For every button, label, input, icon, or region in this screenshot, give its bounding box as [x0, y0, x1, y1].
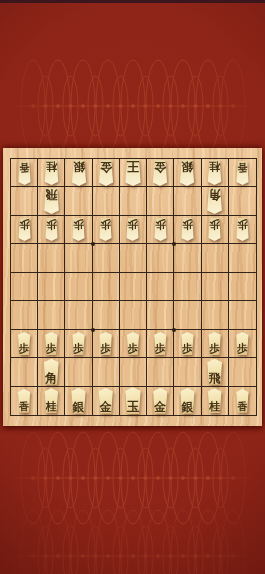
cell-5d[interactable]	[120, 244, 147, 272]
cell-8b[interactable]: 飛	[38, 187, 65, 215]
piece-pawn-gote[interactable]: 歩	[123, 218, 142, 241]
cell-7g[interactable]: 歩	[65, 330, 92, 358]
board-grid: 香桂銀金王金銀桂香飛角歩歩歩歩歩歩歩歩歩歩歩歩歩歩歩歩歩歩角飛香桂銀金玉金銀桂香	[10, 158, 257, 416]
piece-kanji: 歩	[182, 219, 193, 230]
piece-gold-gote[interactable]: 金	[95, 160, 117, 186]
piece-kanji: 銀	[73, 401, 85, 413]
cell-5i[interactable]: 玉	[120, 387, 147, 415]
piece-pawn-gote[interactable]: 歩	[151, 218, 170, 241]
piece-kanji: 銀	[181, 401, 193, 413]
cell-1d[interactable]	[229, 244, 256, 272]
cell-8e[interactable]	[38, 273, 65, 301]
cell-3d[interactable]	[174, 244, 201, 272]
hoshi-dot	[91, 328, 95, 332]
piece-kanji: 飛	[209, 372, 221, 384]
cell-6e[interactable]	[93, 273, 120, 301]
cell-6d[interactable]	[93, 244, 120, 272]
piece-kanji: 歩	[46, 343, 57, 354]
cell-4d[interactable]	[147, 244, 174, 272]
piece-kanji: 歩	[19, 219, 30, 230]
cell-7f[interactable]	[65, 301, 92, 329]
piece-pawn-gote[interactable]: 歩	[233, 218, 252, 241]
cell-6h[interactable]	[93, 358, 120, 386]
cell-5h[interactable]	[120, 358, 147, 386]
cell-9e[interactable]	[11, 273, 38, 301]
piece-kanji: 金	[154, 161, 166, 173]
cell-6c[interactable]: 歩	[93, 216, 120, 244]
piece-kanji: 王	[126, 160, 139, 173]
cell-8f[interactable]	[38, 301, 65, 329]
cell-4i[interactable]: 金	[147, 387, 174, 415]
piece-pawn-sente[interactable]: 歩	[69, 332, 88, 355]
piece-kanji: 銀	[181, 161, 193, 173]
piece-pawn-gote[interactable]: 歩	[205, 218, 224, 241]
piece-pawn-sente[interactable]: 歩	[42, 332, 61, 355]
cell-8a[interactable]: 桂	[38, 159, 65, 187]
piece-kanji: 銀	[73, 161, 85, 173]
cell-7b[interactable]	[65, 187, 92, 215]
cell-6b[interactable]	[93, 187, 120, 215]
piece-lance-sente[interactable]: 香	[233, 389, 252, 413]
cell-3e[interactable]	[174, 273, 201, 301]
piece-kanji: 歩	[127, 343, 138, 354]
cell-2e[interactable]	[202, 273, 229, 301]
cell-3a[interactable]: 銀	[174, 159, 201, 187]
cell-9f[interactable]	[11, 301, 38, 329]
piece-silver-sente[interactable]: 銀	[176, 388, 198, 414]
cell-8g[interactable]: 歩	[38, 330, 65, 358]
piece-kanji: 桂	[209, 401, 220, 412]
cell-9h[interactable]	[11, 358, 38, 386]
app-screen: 香桂銀金王金銀桂香飛角歩歩歩歩歩歩歩歩歩歩歩歩歩歩歩歩歩歩角飛香桂銀金玉金銀桂香	[0, 0, 265, 574]
piece-kanji: 歩	[209, 343, 220, 354]
cell-5a[interactable]: 王	[120, 159, 147, 187]
cell-1g[interactable]: 歩	[229, 330, 256, 358]
piece-kanji: 金	[154, 401, 166, 413]
cell-2c[interactable]: 歩	[202, 216, 229, 244]
cell-5b[interactable]	[120, 187, 147, 215]
piece-pawn-sente[interactable]: 歩	[205, 332, 224, 355]
piece-kanji: 歩	[209, 219, 220, 230]
piece-kanji: 歩	[73, 343, 84, 354]
cell-8i[interactable]: 桂	[38, 387, 65, 415]
piece-kanji: 歩	[100, 343, 111, 354]
hoshi-dot	[172, 242, 176, 246]
piece-kanji: 歩	[73, 219, 84, 230]
cell-4a[interactable]: 金	[147, 159, 174, 187]
cell-2h[interactable]: 飛	[202, 358, 229, 386]
cell-6a[interactable]: 金	[93, 159, 120, 187]
piece-pawn-gote[interactable]: 歩	[69, 218, 88, 241]
piece-pawn-sente[interactable]: 歩	[123, 332, 142, 355]
piece-knight-sente[interactable]: 桂	[41, 388, 62, 413]
cell-3h[interactable]	[174, 358, 201, 386]
piece-pawn-sente[interactable]: 歩	[178, 332, 197, 355]
cell-3c[interactable]: 歩	[174, 216, 201, 244]
ornament-row	[0, 494, 265, 574]
hoshi-dot	[91, 242, 95, 246]
cell-7a[interactable]: 銀	[65, 159, 92, 187]
cell-3f[interactable]	[174, 301, 201, 329]
cell-5f[interactable]	[120, 301, 147, 329]
piece-kanji: 歩	[100, 219, 111, 230]
piece-pawn-gote[interactable]: 歩	[42, 218, 61, 241]
cell-9b[interactable]	[11, 187, 38, 215]
piece-rook-gote[interactable]: 飛	[40, 188, 63, 214]
piece-kanji: 玉	[126, 400, 139, 413]
piece-knight-sente[interactable]: 桂	[204, 388, 225, 413]
piece-silver-sente[interactable]: 銀	[68, 388, 90, 414]
piece-gold-sente[interactable]: 金	[149, 388, 171, 414]
cell-2g[interactable]: 歩	[202, 330, 229, 358]
piece-kanji: 歩	[46, 219, 57, 230]
piece-kanji: 香	[19, 402, 29, 412]
piece-bishop-sente[interactable]: 角	[40, 359, 63, 385]
cell-3b[interactable]	[174, 187, 201, 215]
cell-5e[interactable]	[120, 273, 147, 301]
cell-3i[interactable]: 銀	[174, 387, 201, 415]
piece-kanji: 歩	[237, 343, 248, 354]
piece-kanji: 歩	[237, 219, 248, 230]
piece-kanji: 歩	[155, 343, 166, 354]
piece-pawn-sente[interactable]: 歩	[151, 332, 170, 355]
piece-silver-gote[interactable]: 銀	[68, 160, 90, 186]
cell-7d[interactable]	[65, 244, 92, 272]
piece-kanji: 香	[237, 162, 247, 172]
piece-kanji: 桂	[46, 161, 57, 172]
cell-1h[interactable]	[229, 358, 256, 386]
piece-kanji: 飛	[45, 189, 57, 201]
cell-5c[interactable]: 歩	[120, 216, 147, 244]
piece-king-gote[interactable]: 王	[121, 159, 145, 186]
cell-1f[interactable]	[229, 301, 256, 329]
cell-8c[interactable]: 歩	[38, 216, 65, 244]
piece-silver-gote[interactable]: 銀	[176, 160, 198, 186]
cell-1c[interactable]: 歩	[229, 216, 256, 244]
cell-9c[interactable]: 歩	[11, 216, 38, 244]
piece-kanji: 歩	[127, 219, 138, 230]
cell-1i[interactable]: 香	[229, 387, 256, 415]
piece-gold-gote[interactable]: 金	[149, 160, 171, 186]
shogi-board: 香桂銀金王金銀桂香飛角歩歩歩歩歩歩歩歩歩歩歩歩歩歩歩歩歩歩角飛香桂銀金玉金銀桂香	[3, 148, 262, 426]
piece-kanji: 香	[237, 402, 247, 412]
cell-2a[interactable]: 桂	[202, 159, 229, 187]
piece-pawn-sente[interactable]: 歩	[15, 332, 34, 355]
cell-6g[interactable]: 歩	[93, 330, 120, 358]
piece-kanji: 角	[45, 372, 57, 384]
piece-kanji: 金	[100, 401, 112, 413]
piece-kanji: 角	[209, 189, 221, 201]
cell-9a[interactable]: 香	[11, 159, 38, 187]
cell-2d[interactable]	[202, 244, 229, 272]
cell-4g[interactable]: 歩	[147, 330, 174, 358]
cell-2i[interactable]: 桂	[202, 387, 229, 415]
cell-4b[interactable]	[147, 187, 174, 215]
cell-1a[interactable]: 香	[229, 159, 256, 187]
piece-kanji: 歩	[182, 343, 193, 354]
cell-4e[interactable]	[147, 273, 174, 301]
cell-4h[interactable]	[147, 358, 174, 386]
cell-6i[interactable]: 金	[93, 387, 120, 415]
piece-knight-gote[interactable]: 桂	[204, 160, 225, 185]
cell-7i[interactable]: 銀	[65, 387, 92, 415]
cell-1e[interactable]	[229, 273, 256, 301]
piece-kanji: 桂	[209, 161, 220, 172]
top-edge-strip	[0, 0, 265, 3]
cell-8h[interactable]: 角	[38, 358, 65, 386]
cell-9d[interactable]	[11, 244, 38, 272]
cell-5g[interactable]: 歩	[120, 330, 147, 358]
cell-4f[interactable]	[147, 301, 174, 329]
piece-lance-gote[interactable]: 香	[15, 161, 34, 185]
piece-lance-sente[interactable]: 香	[15, 389, 34, 413]
hoshi-dot	[172, 328, 176, 332]
cell-3g[interactable]: 歩	[174, 330, 201, 358]
ornament-row	[0, 416, 265, 540]
piece-kanji: 歩	[155, 219, 166, 230]
cell-9i[interactable]: 香	[11, 387, 38, 415]
cell-2f[interactable]	[202, 301, 229, 329]
cell-2b[interactable]: 角	[202, 187, 229, 215]
cell-6f[interactable]	[93, 301, 120, 329]
piece-pawn-gote[interactable]: 歩	[178, 218, 197, 241]
piece-kanji: 金	[100, 161, 112, 173]
piece-pawn-sente[interactable]: 歩	[96, 332, 115, 355]
cell-1b[interactable]	[229, 187, 256, 215]
piece-pawn-gote[interactable]: 歩	[96, 218, 115, 241]
cell-4c[interactable]: 歩	[147, 216, 174, 244]
piece-rook-sente[interactable]: 飛	[203, 359, 226, 385]
piece-pawn-sente[interactable]: 歩	[233, 332, 252, 355]
piece-knight-gote[interactable]: 桂	[41, 160, 62, 185]
piece-kanji: 歩	[19, 343, 30, 354]
cell-9g[interactable]: 歩	[11, 330, 38, 358]
cell-7c[interactable]: 歩	[65, 216, 92, 244]
piece-kanji: 香	[19, 162, 29, 172]
cell-7h[interactable]	[65, 358, 92, 386]
cell-7e[interactable]	[65, 273, 92, 301]
piece-lance-gote[interactable]: 香	[233, 161, 252, 185]
piece-gold-sente[interactable]: 金	[95, 388, 117, 414]
piece-kanji: 桂	[46, 401, 57, 412]
piece-bishop-gote[interactable]: 角	[203, 188, 226, 214]
piece-pawn-gote[interactable]: 歩	[15, 218, 34, 241]
piece-king-sente[interactable]: 玉	[121, 387, 145, 414]
cell-8d[interactable]	[38, 244, 65, 272]
